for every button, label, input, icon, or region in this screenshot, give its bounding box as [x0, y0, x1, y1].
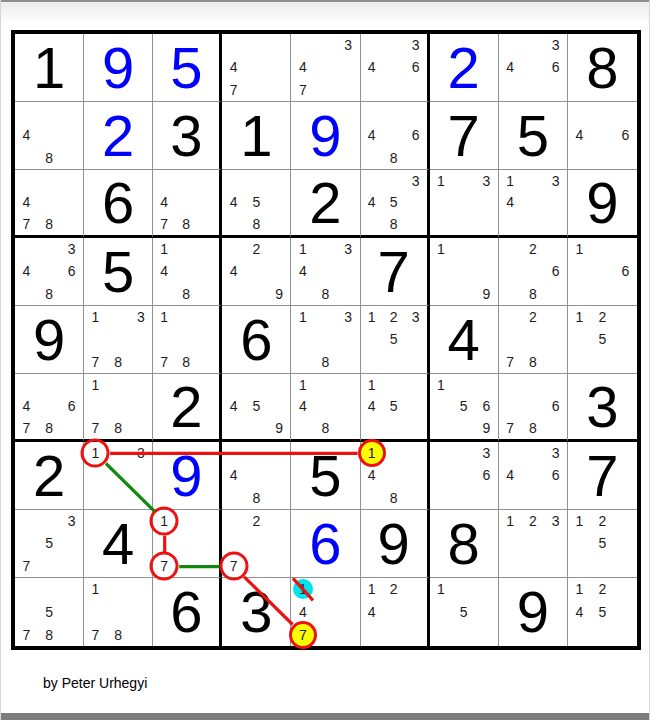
candidate-slot: 6 [614, 260, 637, 282]
candidate-digit: 2 [252, 513, 260, 529]
cell-r5c1[interactable]: 9 [15, 306, 84, 374]
candidate-slot [521, 56, 544, 78]
bottom-status-strip [1, 713, 650, 720]
candidate-slot [521, 374, 544, 396]
given-digit: 5 [291, 442, 359, 509]
candidate-digit: 8 [45, 286, 53, 302]
candidate-slot: 5 [245, 396, 268, 418]
candidate-slot [337, 283, 360, 305]
cell-r8c9[interactable]: 125 [568, 510, 637, 578]
candidate-slot: 7 [153, 351, 175, 373]
candidate-slot: 4 [361, 192, 383, 214]
cell-r6c5[interactable]: 148 [291, 374, 360, 442]
cell-r6c1[interactable]: 4678 [15, 374, 84, 442]
candidate-digit: 7 [299, 82, 307, 98]
candidate-digit: 1 [92, 581, 100, 597]
given-digit: 1 [15, 34, 83, 101]
candidate-slot [268, 555, 291, 577]
candidate-slot: 4 [153, 260, 175, 282]
candidate-slot [197, 170, 219, 192]
candidate-slot [291, 283, 314, 305]
candidate-slot: 1 [361, 578, 383, 601]
candidate-slot [291, 417, 314, 439]
cell-r6c3[interactable]: 2 [153, 374, 222, 442]
candidate-digit: 3 [137, 309, 145, 325]
candidate-slot [337, 578, 360, 601]
candidate-slot [361, 487, 383, 509]
cell-r8c3[interactable]: 17 [153, 510, 222, 578]
cell-r9c9[interactable]: 1245 [568, 578, 637, 646]
sudoku-board: 1954734734623468482319468754647864784582… [11, 30, 641, 650]
cell-r5c9[interactable]: 125 [568, 306, 637, 374]
cell-r3c6[interactable]: 3458 [361, 170, 430, 238]
cell-r4c5[interactable]: 1348 [291, 238, 360, 306]
candidate-digit: 2 [390, 581, 398, 597]
cell-r8c1[interactable]: 357 [15, 510, 84, 578]
given-digit: 1 [222, 102, 290, 169]
candidate-slot [499, 79, 522, 101]
candidate-slot [361, 213, 383, 235]
candidate-digit: 7 [230, 558, 238, 574]
candidate-slot [38, 260, 61, 282]
candidate-slot [245, 555, 268, 577]
candidate-slot: 8 [38, 623, 61, 646]
cell-r8c4[interactable]: 27 [222, 510, 291, 578]
candidate-digit: 1 [368, 377, 376, 393]
candidate-slot: 8 [245, 487, 268, 509]
candidate-slot [291, 328, 314, 350]
candidate-slot [197, 213, 219, 235]
cell-r7c3[interactable]: 9 [153, 442, 222, 510]
cell-r4c9[interactable]: 16 [568, 238, 637, 306]
candidate-slot [314, 578, 337, 601]
candidate-digit: 8 [114, 354, 122, 370]
candidate-slot: 1 [361, 374, 383, 396]
candidate-digit: 6 [552, 59, 560, 75]
candidate-slot [591, 147, 614, 169]
candidate-slot [591, 102, 614, 124]
candidate-slot [130, 623, 153, 646]
candidate-grid: 48 [15, 102, 83, 169]
solved-digit: 2 [430, 34, 498, 101]
candidate-slot: 8 [314, 417, 337, 439]
candidate-slot: 3 [60, 238, 83, 260]
candidate-slot: 7 [499, 351, 522, 373]
candidate-slot: 4 [222, 260, 245, 282]
given-digit: 9 [499, 578, 567, 646]
cell-r5c4[interactable]: 6 [222, 306, 291, 374]
candidate-slot: 7 [153, 213, 175, 235]
candidate-slot [38, 102, 61, 124]
candidate-slot [197, 238, 219, 260]
candidate-grid: 346 [499, 34, 567, 101]
cell-r9c8[interactable]: 9 [499, 578, 568, 646]
cell-r7c5[interactable]: 5 [291, 442, 360, 510]
candidate-slot: 8 [107, 623, 130, 646]
candidate-digit: 9 [275, 420, 283, 436]
candidate-digit: 8 [390, 490, 398, 506]
candidate-slot [430, 192, 453, 214]
candidate-slot [521, 260, 544, 282]
candidate-slot: 5 [383, 328, 405, 350]
candidate-grid: 148 [361, 442, 427, 509]
candidate-slot [452, 238, 475, 260]
candidate-slot [499, 260, 522, 282]
candidate-slot [268, 464, 291, 486]
cell-r3c8[interactable]: 134 [499, 170, 568, 238]
candidate-digit: 4 [368, 59, 376, 75]
candidate-slot [314, 34, 337, 56]
cell-r7c2[interactable]: 13 [84, 442, 153, 510]
candidate-slot [591, 260, 614, 282]
candidate-grid: 138 [291, 306, 359, 373]
candidate-grid: 678 [499, 374, 567, 439]
cell-r5c6[interactable]: 1235 [361, 306, 430, 374]
candidate-slot: 8 [38, 213, 61, 235]
candidate-slot [291, 34, 314, 56]
cell-r6c9[interactable]: 3 [568, 374, 637, 442]
candidate-slot [521, 464, 544, 486]
candidate-slot: 7 [222, 79, 245, 101]
candidate-slot: 9 [268, 417, 291, 439]
candidate-slot: 9 [475, 417, 498, 439]
candidate-slot [84, 396, 107, 418]
cell-r8c2[interactable]: 4 [84, 510, 153, 578]
given-digit: 3 [222, 578, 290, 646]
candidate-slot: 4 [499, 56, 522, 78]
candidate-slot [60, 578, 83, 601]
cell-r2c7[interactable]: 7 [430, 102, 499, 170]
candidate-slot: 2 [521, 510, 544, 532]
candidate-digit: 4 [506, 467, 514, 483]
candidate-slot: 1 [153, 238, 175, 260]
candidate-digit: 8 [390, 150, 398, 166]
candidate-digit: 4 [230, 263, 238, 279]
candidate-digit: 3 [483, 445, 491, 461]
cell-r4c2[interactable]: 5 [84, 238, 153, 306]
candidate-slot: 7 [291, 79, 314, 101]
top-toolbar-strip [1, 0, 650, 21]
candidate-slot [38, 124, 61, 146]
cell-r2c4[interactable]: 1 [222, 102, 291, 170]
cell-r6c2[interactable]: 178 [84, 374, 153, 442]
cell-r3c4[interactable]: 458 [222, 170, 291, 238]
cell-r9c3[interactable]: 6 [153, 578, 222, 646]
cell-r2c3[interactable]: 3 [153, 102, 222, 170]
candidate-digit: 8 [252, 216, 260, 232]
cell-r3c5[interactable]: 2 [291, 170, 360, 238]
cell-r4c1[interactable]: 3468 [15, 238, 84, 306]
cell-r2c1[interactable]: 48 [15, 102, 84, 170]
candidate-slot [268, 192, 291, 214]
solved-digit: 9 [291, 102, 359, 169]
candidate-digit: 8 [322, 354, 330, 370]
cell-r9c6[interactable]: 124 [361, 578, 430, 646]
candidate-slot [361, 102, 383, 124]
candidate-slot [383, 79, 405, 101]
cell-r6c7[interactable]: 1569 [430, 374, 499, 442]
candidate-slot [130, 601, 153, 624]
candidate-digit: 8 [322, 286, 330, 302]
candidate-slot [197, 260, 219, 282]
candidate-grid: 346 [361, 34, 427, 101]
candidate-slot [245, 464, 268, 486]
cell-r4c3[interactable]: 148 [153, 238, 222, 306]
given-digit: 9 [15, 306, 83, 373]
candidate-1-ring: 1 [84, 442, 107, 464]
candidate-slot: 1 [499, 510, 522, 532]
candidate-slot [544, 532, 567, 554]
cell-r2c2[interactable]: 2 [84, 102, 153, 170]
cell-r7c4[interactable]: 48 [222, 442, 291, 510]
candidate-slot [452, 283, 475, 305]
candidate-slot [521, 34, 544, 56]
candidate-slot [268, 56, 291, 78]
candidate-slot [614, 306, 637, 328]
candidate-slot [544, 555, 567, 577]
candidate-slot [314, 306, 337, 328]
candidate-digit: 7 [506, 420, 514, 436]
cell-r2c6[interactable]: 468 [361, 102, 430, 170]
candidate-slot [15, 283, 38, 305]
candidate-digit: 4 [22, 127, 30, 143]
candidate-digit: 6 [552, 263, 560, 279]
candidate-digit: 5 [599, 535, 607, 551]
candidate-slot [430, 213, 453, 235]
candidate-digit: 8 [182, 354, 190, 370]
given-digit: 2 [291, 170, 359, 235]
candidate-slot [614, 623, 637, 646]
candidate-grid: 1378 [84, 306, 152, 373]
candidate-slot [361, 147, 383, 169]
cell-r3c9[interactable]: 9 [568, 170, 637, 238]
cell-r5c2[interactable]: 1378 [84, 306, 153, 374]
candidate-slot: 5 [38, 601, 61, 624]
cell-r1c4[interactable]: 47 [222, 34, 291, 102]
candidate-grid: 458 [222, 170, 290, 235]
cell-r7c8[interactable]: 346 [499, 442, 568, 510]
cell-r9c7[interactable]: 15 [430, 578, 499, 646]
cell-r6c6[interactable]: 145 [361, 374, 430, 442]
candidate-slot: 4 [361, 396, 383, 418]
cell-r5c7[interactable]: 4 [430, 306, 499, 374]
cell-r3c1[interactable]: 478 [15, 170, 84, 238]
candidate-slot [107, 487, 130, 509]
candidate-digit: 1 [437, 581, 445, 597]
cell-r9c5[interactable]: 147 [291, 578, 360, 646]
cell-r1c8[interactable]: 346 [499, 34, 568, 102]
candidate-digit: 6 [412, 127, 420, 143]
cell-r1c1[interactable]: 1 [15, 34, 84, 102]
candidate-slot: 4 [361, 601, 383, 624]
candidate-slot: 1 [568, 578, 591, 601]
candidate-slot [383, 102, 405, 124]
candidate-slot [245, 283, 268, 305]
candidate-grid: 249 [222, 238, 290, 305]
cell-r1c2[interactable]: 9 [84, 34, 153, 102]
candidate-slot [521, 555, 544, 577]
candidate-digit: 9 [483, 286, 491, 302]
cell-r2c9[interactable]: 46 [568, 102, 637, 170]
candidate-slot [568, 328, 591, 350]
cell-r7c6[interactable]: 148 [361, 442, 430, 510]
candidate-slot [405, 623, 427, 646]
candidate-slot [130, 578, 153, 601]
candidate-digit: 4 [368, 604, 376, 620]
cell-r4c4[interactable]: 249 [222, 238, 291, 306]
candidate-digit: 1 [575, 241, 583, 257]
candidate-slot [452, 192, 475, 214]
cell-r6c8[interactable]: 678 [499, 374, 568, 442]
candidate-slot [499, 328, 522, 350]
cell-r3c7[interactable]: 13 [430, 170, 499, 238]
candidate-slot [222, 170, 245, 192]
candidate-slot [130, 464, 153, 486]
cell-r5c5[interactable]: 138 [291, 306, 360, 374]
candidate-slot [15, 147, 38, 169]
candidate-digit: 7 [22, 420, 30, 436]
cell-r9c4[interactable]: 3 [222, 578, 291, 646]
candidate-digit: 7 [92, 354, 100, 370]
candidate-digit: 7 [160, 354, 168, 370]
candidate-slot: 2 [521, 238, 544, 260]
candidate-slot: 4 [361, 124, 383, 146]
author-credit: by Peter Urhegyi [43, 675, 147, 691]
candidate-slot [521, 487, 544, 509]
candidate-slot [60, 192, 83, 214]
candidate-slot: 3 [475, 170, 498, 192]
cell-r8c8[interactable]: 123 [499, 510, 568, 578]
candidate-slot: 4 [15, 192, 38, 214]
cell-r4c6[interactable]: 7 [361, 238, 430, 306]
candidate-slot [383, 56, 405, 78]
candidate-digit: 2 [599, 581, 607, 597]
cell-r9c1[interactable]: 578 [15, 578, 84, 646]
candidate-slot [405, 328, 427, 350]
cell-r1c9[interactable]: 8 [568, 34, 637, 102]
candidate-slot [268, 487, 291, 509]
cell-r1c5[interactable]: 347 [291, 34, 360, 102]
candidate-slot [268, 79, 291, 101]
candidate-grid: 145 [361, 374, 427, 439]
candidate-grid: 19 [430, 238, 498, 305]
cell-r2c8[interactable]: 5 [499, 102, 568, 170]
candidate-slot [499, 34, 522, 56]
cell-r8c7[interactable]: 8 [430, 510, 499, 578]
given-digit: 7 [568, 442, 637, 509]
cell-r5c3[interactable]: 178 [153, 306, 222, 374]
candidate-slot [475, 260, 498, 282]
candidate-slot [314, 238, 337, 260]
candidate-digit: 1 [160, 513, 168, 529]
candidate-slot [60, 555, 83, 577]
candidate-digit: 3 [412, 173, 420, 189]
cell-r7c7[interactable]: 36 [430, 442, 499, 510]
candidate-grid: 17 [153, 510, 219, 577]
candidate-slot [60, 213, 83, 235]
cell-r3c2[interactable]: 6 [84, 170, 153, 238]
candidate-slot [430, 623, 453, 646]
candidate-slot [197, 532, 219, 554]
candidate-slot [499, 374, 522, 396]
candidate-slot [153, 170, 175, 192]
candidate-slot [361, 351, 383, 373]
candidate-1-endpoint: 1 [361, 442, 383, 464]
candidate-digit: 4 [368, 194, 376, 210]
candidate-slot [544, 283, 567, 305]
candidate-slot: 4 [291, 601, 314, 624]
cell-r5c8[interactable]: 278 [499, 306, 568, 374]
candidate-digit: 4 [230, 398, 238, 414]
candidate-slot [130, 487, 153, 509]
cell-r8c5[interactable]: 6 [291, 510, 360, 578]
candidate-slot [383, 351, 405, 373]
cell-r4c8[interactable]: 268 [499, 238, 568, 306]
cell-r1c6[interactable]: 346 [361, 34, 430, 102]
cell-r8c6[interactable]: 9 [361, 510, 430, 578]
candidate-slot: 4 [15, 124, 38, 146]
candidate-slot [60, 374, 83, 396]
cell-r7c9[interactable]: 7 [568, 442, 637, 510]
candidate-slot: 4 [291, 56, 314, 78]
candidate-grid: 134 [499, 170, 567, 235]
cell-r3c3[interactable]: 478 [153, 170, 222, 238]
cell-r6c4[interactable]: 459 [222, 374, 291, 442]
candidate-digit: 1 [160, 241, 168, 257]
candidate-slot [268, 396, 291, 418]
cell-r1c7[interactable]: 2 [430, 34, 499, 102]
candidate-slot [521, 532, 544, 554]
candidate-slot [15, 374, 38, 396]
candidate-7-ring: 7 [153, 555, 175, 577]
cell-r7c1[interactable]: 2 [15, 442, 84, 510]
candidate-slot [175, 260, 197, 282]
candidate-digit: 5 [390, 331, 398, 347]
candidate-slot: 4 [361, 56, 383, 78]
candidate-slot: 8 [38, 283, 61, 305]
candidate-slot: 8 [383, 213, 405, 235]
candidate-slot [568, 623, 591, 646]
candidate-slot: 1 [568, 306, 591, 328]
candidate-slot [521, 192, 544, 214]
candidate-grid: 3468 [15, 238, 83, 305]
candidate-slot: 8 [521, 417, 544, 439]
candidate-digit: 8 [114, 627, 122, 643]
cell-r4c7[interactable]: 19 [430, 238, 499, 306]
candidate-slot [337, 396, 360, 418]
candidate-digit: 1 [506, 173, 514, 189]
cell-r2c5[interactable]: 9 [291, 102, 360, 170]
candidate-slot [614, 102, 637, 124]
candidate-digit: 1 [92, 445, 100, 461]
candidate-slot [568, 555, 591, 577]
candidate-slot [197, 555, 219, 577]
candidate-digit: 5 [460, 398, 468, 414]
candidate-digit: 5 [45, 535, 53, 551]
candidate-slot [337, 79, 360, 101]
candidate-slot [107, 328, 130, 350]
candidate-digit: 3 [552, 173, 560, 189]
candidate-slot [222, 417, 245, 439]
given-digit: 9 [568, 170, 637, 235]
candidate-slot [245, 374, 268, 396]
cell-r1c3[interactable]: 5 [153, 34, 222, 102]
candidate-slot [222, 442, 245, 464]
candidate-slot [314, 328, 337, 350]
cell-r9c2[interactable]: 178 [84, 578, 153, 646]
given-digit: 7 [430, 102, 498, 169]
given-digit: 5 [84, 238, 152, 305]
